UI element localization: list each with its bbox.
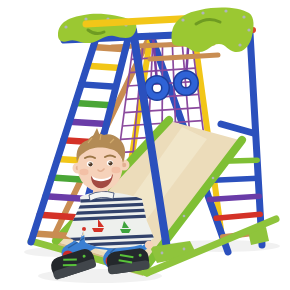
cheek-left bbox=[80, 169, 89, 175]
climbing-frame-scene bbox=[0, 0, 290, 290]
ladder-rung-2 bbox=[87, 66, 120, 68]
slide-hook-bar bbox=[221, 124, 253, 133]
panel-screw bbox=[242, 15, 245, 18]
product-photo bbox=[0, 0, 290, 290]
panel-screw bbox=[238, 43, 241, 46]
rail-screw bbox=[212, 177, 215, 180]
panel-screw bbox=[224, 9, 227, 12]
child-hand bbox=[145, 241, 153, 249]
panel-screw bbox=[201, 11, 204, 14]
right-ladder-rung-4 bbox=[216, 214, 260, 218]
ladder-rung-4 bbox=[75, 103, 111, 105]
top-panel-right bbox=[172, 8, 254, 52]
panel-screw bbox=[84, 17, 87, 20]
gym-ring-left bbox=[149, 80, 166, 97]
print-dot bbox=[82, 227, 86, 231]
ladder-rung-1 bbox=[93, 47, 125, 49]
right-ladder-rung-3 bbox=[209, 196, 259, 199]
panel-screw bbox=[247, 28, 250, 31]
rail-screw bbox=[183, 215, 186, 218]
ladder-rung-5 bbox=[69, 122, 106, 124]
foot-screw bbox=[183, 248, 186, 251]
panel-screw bbox=[64, 25, 67, 28]
foot-screw bbox=[161, 252, 164, 255]
cheek-right bbox=[112, 167, 121, 173]
panel-screw bbox=[181, 18, 184, 21]
eye-left bbox=[88, 162, 92, 166]
eye-right bbox=[108, 161, 112, 165]
boat-print-red bbox=[92, 228, 104, 232]
ladder-rung-3 bbox=[81, 84, 116, 86]
eye-glint bbox=[89, 163, 90, 164]
eye-glint bbox=[109, 162, 110, 163]
hair-spike bbox=[93, 128, 100, 136]
